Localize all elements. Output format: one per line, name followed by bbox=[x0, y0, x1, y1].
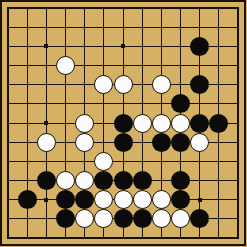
black-stone[interactable] bbox=[114, 209, 133, 228]
black-stone[interactable] bbox=[75, 190, 94, 209]
white-stone[interactable] bbox=[94, 152, 113, 171]
white-stone[interactable] bbox=[94, 190, 113, 209]
black-stone[interactable] bbox=[190, 209, 209, 228]
black-stone[interactable] bbox=[171, 133, 190, 152]
black-stone[interactable] bbox=[209, 114, 228, 133]
black-stone[interactable] bbox=[190, 37, 209, 56]
white-stone[interactable] bbox=[152, 75, 171, 94]
black-stone[interactable] bbox=[190, 114, 209, 133]
white-stone[interactable] bbox=[133, 114, 152, 133]
grid-line-horizontal bbox=[7, 161, 239, 162]
white-stone[interactable] bbox=[114, 75, 133, 94]
white-stone[interactable] bbox=[152, 209, 171, 228]
white-stone[interactable] bbox=[75, 114, 94, 133]
grid-line-vertical bbox=[237, 7, 239, 239]
white-stone[interactable] bbox=[75, 209, 94, 228]
white-stone[interactable] bbox=[56, 56, 75, 75]
white-stone[interactable] bbox=[75, 171, 94, 190]
white-stone[interactable] bbox=[75, 133, 94, 152]
star-point bbox=[44, 44, 48, 48]
black-stone[interactable] bbox=[190, 75, 209, 94]
black-stone[interactable] bbox=[94, 171, 113, 190]
white-stone[interactable] bbox=[190, 133, 209, 152]
black-stone[interactable] bbox=[152, 133, 171, 152]
white-stone[interactable] bbox=[152, 114, 171, 133]
white-stone[interactable] bbox=[94, 209, 113, 228]
black-stone[interactable] bbox=[56, 190, 75, 209]
black-stone[interactable] bbox=[171, 171, 190, 190]
black-stone[interactable] bbox=[171, 190, 190, 209]
go-board[interactable] bbox=[0, 0, 247, 247]
white-stone[interactable] bbox=[171, 209, 190, 228]
star-point bbox=[44, 121, 48, 125]
star-point bbox=[198, 198, 202, 202]
black-stone[interactable] bbox=[37, 171, 56, 190]
star-point bbox=[44, 198, 48, 202]
black-stone[interactable] bbox=[114, 171, 133, 190]
black-stone[interactable] bbox=[133, 171, 152, 190]
grid-line-horizontal bbox=[7, 237, 239, 239]
white-stone[interactable] bbox=[94, 75, 113, 94]
white-stone[interactable] bbox=[37, 133, 56, 152]
white-stone[interactable] bbox=[133, 190, 152, 209]
black-stone[interactable] bbox=[114, 133, 133, 152]
black-stone[interactable] bbox=[56, 209, 75, 228]
black-stone[interactable] bbox=[114, 114, 133, 133]
black-stone[interactable] bbox=[133, 209, 152, 228]
star-point bbox=[121, 44, 125, 48]
white-stone[interactable] bbox=[114, 190, 133, 209]
black-stone[interactable] bbox=[18, 190, 37, 209]
white-stone[interactable] bbox=[56, 171, 75, 190]
white-stone[interactable] bbox=[152, 190, 171, 209]
white-stone[interactable] bbox=[171, 114, 190, 133]
black-stone[interactable] bbox=[171, 94, 190, 113]
